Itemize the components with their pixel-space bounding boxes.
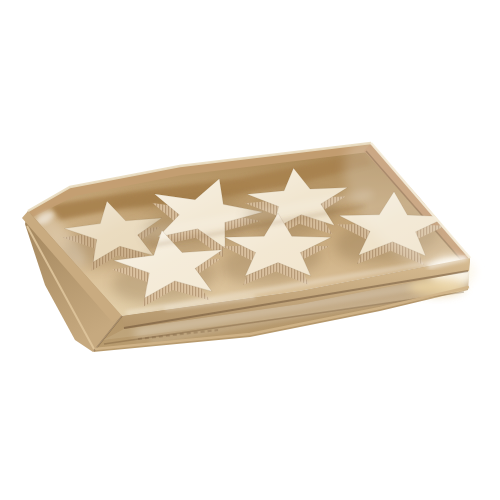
product-photo-stage	[0, 0, 500, 500]
scene-svg	[0, 0, 500, 500]
